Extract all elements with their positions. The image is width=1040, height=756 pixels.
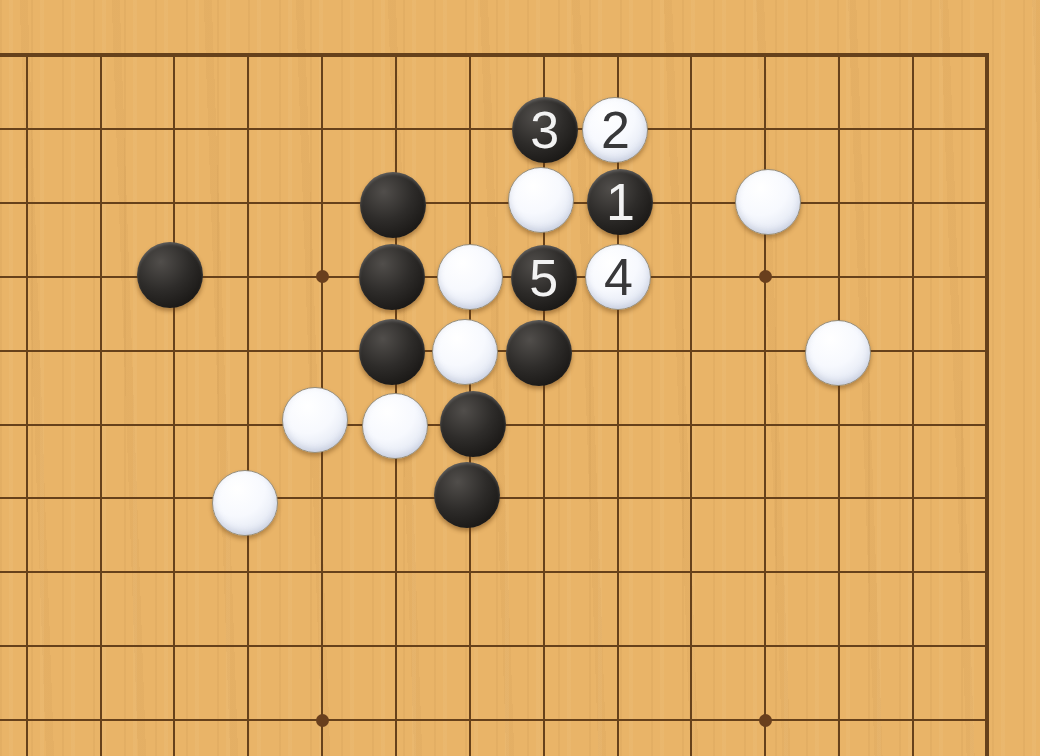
stone-black-M13: [434, 462, 500, 528]
stone-label: 4: [604, 251, 633, 303]
stone-white-O18: 2: [582, 97, 648, 163]
stone-black-N18: 3: [512, 97, 578, 163]
stone-black-H16: [137, 242, 203, 308]
stone-black-N16: 5: [511, 245, 577, 311]
go-app-screenshot: 32154: [0, 0, 1040, 756]
stone-black-L16: [359, 244, 425, 310]
stone-black-O17: 1: [587, 169, 653, 235]
stone-black-L17: [360, 172, 426, 238]
stone-label: 2: [601, 104, 630, 156]
stone-white-L14: [362, 393, 428, 459]
stone-white-K14: [282, 387, 348, 453]
stone-label: 1: [606, 176, 635, 228]
stone-black-M14: [440, 391, 506, 457]
stone-black-N15: [506, 320, 572, 386]
stone-white-O16: 4: [585, 244, 651, 310]
stones-layer: 32154: [0, 18, 1024, 756]
stone-white-M16: [437, 244, 503, 310]
stone-white-M15: [432, 319, 498, 385]
stone-black-L15: [359, 319, 425, 385]
stone-white-J13: [212, 470, 278, 536]
go-board[interactable]: 32154: [0, 0, 1040, 756]
stone-label: 5: [529, 252, 558, 304]
stone-label: 3: [530, 104, 559, 156]
stone-white-Q17: [735, 169, 801, 235]
stone-white-N17: [508, 167, 574, 233]
stone-white-R15: [805, 320, 871, 386]
